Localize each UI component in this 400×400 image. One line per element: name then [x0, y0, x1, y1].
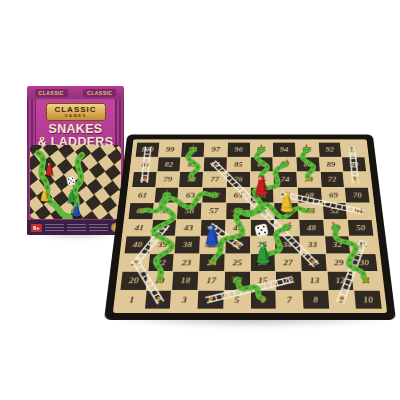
- square-13: 13: [302, 272, 328, 290]
- yellow-pawn[interactable]: [278, 190, 296, 219]
- green-pawn[interactable]: [254, 241, 272, 271]
- square-78: 78: [179, 172, 202, 187]
- square-16: 16: [224, 272, 249, 290]
- square-84: 84: [204, 157, 227, 171]
- square-34: 34: [275, 236, 300, 253]
- square-42: 42: [151, 220, 176, 236]
- square-79: 79: [156, 172, 180, 187]
- square-21: 21: [123, 254, 149, 271]
- square-11: 11: [353, 272, 380, 290]
- box-art-die: [66, 173, 77, 191]
- box-art: [30, 145, 121, 219]
- flap-tab-label: CLASSIC: [35, 89, 68, 97]
- square-60: 60: [129, 203, 154, 219]
- square-55: 55: [250, 203, 273, 219]
- square-19: 19: [146, 272, 172, 290]
- age-badge: 6+: [31, 224, 42, 232]
- square-56: 56: [226, 203, 249, 219]
- square-5: 5: [224, 290, 249, 308]
- box-fineprint-band: 6+: [27, 220, 124, 235]
- square-40: 40: [125, 236, 151, 253]
- square-85: 85: [227, 157, 249, 171]
- classic-badge: CLASSIC GAMES: [46, 103, 106, 121]
- product-photo: CLASSIC CLASSIC CLASSIC GAMES SNAKES & L…: [0, 0, 400, 400]
- square-28: 28: [301, 254, 326, 271]
- blue-pawn[interactable]: [203, 223, 221, 253]
- square-94: 94: [273, 143, 295, 157]
- square-15: 15: [250, 272, 275, 290]
- square-96: 96: [227, 143, 249, 157]
- square-31: 31: [350, 236, 376, 253]
- square-14: 14: [276, 272, 301, 290]
- square-69: 69: [321, 187, 345, 202]
- square-68: 68: [298, 187, 322, 202]
- square-80: 80: [132, 172, 156, 187]
- square-49: 49: [324, 220, 349, 236]
- square-99: 99: [159, 143, 182, 157]
- square-43: 43: [176, 220, 201, 236]
- square-22: 22: [148, 254, 174, 271]
- square-2: 2: [145, 290, 172, 308]
- square-33: 33: [300, 236, 325, 253]
- red-pawn[interactable]: [253, 174, 270, 202]
- fineprint-text-block: [89, 224, 108, 231]
- square-98: 98: [182, 143, 205, 157]
- fineprint-text-block: [67, 224, 86, 231]
- square-100: 100: [136, 143, 159, 157]
- box-art-yellow-pawn: [39, 188, 50, 207]
- square-18: 18: [172, 272, 198, 290]
- square-86: 86: [250, 157, 272, 171]
- square-61: 61: [130, 187, 154, 202]
- square-39: 39: [150, 236, 175, 253]
- square-6: 6: [250, 290, 275, 308]
- square-87: 87: [273, 157, 296, 171]
- square-47: 47: [275, 220, 299, 236]
- game-board-mat: 1009998979695949392918182838485868788899…: [113, 139, 387, 313]
- square-58: 58: [177, 203, 201, 219]
- square-63: 63: [178, 187, 202, 202]
- box-art-blue-pawn: [71, 203, 82, 219]
- square-76: 76: [227, 172, 250, 187]
- square-82: 82: [157, 157, 180, 171]
- square-88: 88: [296, 157, 319, 171]
- square-59: 59: [153, 203, 178, 219]
- square-53: 53: [298, 203, 322, 219]
- square-50: 50: [348, 220, 373, 236]
- square-36: 36: [225, 236, 249, 253]
- square-74: 74: [274, 172, 297, 187]
- square-23: 23: [174, 254, 199, 271]
- board-grid: 1009998979695949392918182838485868788899…: [118, 143, 381, 309]
- square-10: 10: [355, 290, 382, 308]
- square-17: 17: [198, 272, 223, 290]
- square-27: 27: [276, 254, 301, 271]
- square-25: 25: [225, 254, 250, 271]
- square-71: 71: [344, 172, 368, 187]
- square-38: 38: [175, 236, 200, 253]
- square-73: 73: [297, 172, 320, 187]
- square-4: 4: [198, 290, 224, 308]
- die[interactable]: [254, 223, 270, 243]
- square-45: 45: [226, 220, 250, 236]
- square-90: 90: [342, 157, 366, 171]
- game-box: CLASSIC CLASSIC CLASSIC GAMES SNAKES & L…: [27, 86, 124, 235]
- square-62: 62: [154, 187, 178, 202]
- square-81: 81: [134, 157, 158, 171]
- square-9: 9: [329, 290, 356, 308]
- square-29: 29: [326, 254, 352, 271]
- square-97: 97: [205, 143, 227, 157]
- square-41: 41: [127, 220, 152, 236]
- square-57: 57: [202, 203, 226, 219]
- fineprint-text-block: [45, 224, 64, 231]
- classic-badge-sub: GAMES: [47, 114, 105, 118]
- box-art-red-pawn: [44, 162, 55, 181]
- square-89: 89: [319, 157, 342, 171]
- square-1: 1: [118, 290, 145, 308]
- square-8: 8: [303, 290, 329, 308]
- box-front: CLASSIC GAMES SNAKES & LADDERS: [27, 99, 124, 235]
- square-92: 92: [318, 143, 341, 157]
- square-83: 83: [181, 157, 204, 171]
- square-72: 72: [320, 172, 344, 187]
- square-52: 52: [323, 203, 348, 219]
- square-91: 91: [341, 143, 364, 157]
- square-48: 48: [299, 220, 324, 236]
- square-95: 95: [250, 143, 272, 157]
- square-3: 3: [171, 290, 197, 308]
- square-32: 32: [325, 236, 350, 253]
- square-77: 77: [203, 172, 226, 187]
- flap-tab-label: CLASSIC: [83, 89, 116, 97]
- square-24: 24: [199, 254, 224, 271]
- square-7: 7: [276, 290, 302, 308]
- square-51: 51: [347, 203, 372, 219]
- box-top-flap: CLASSIC CLASSIC: [27, 86, 124, 99]
- square-93: 93: [296, 143, 319, 157]
- square-12: 12: [327, 272, 353, 290]
- square-65: 65: [226, 187, 249, 202]
- game-board-frame: 1009998979695949392918182838485868788899…: [104, 134, 396, 320]
- square-64: 64: [202, 187, 225, 202]
- square-70: 70: [345, 187, 370, 202]
- square-30: 30: [351, 254, 377, 271]
- square-20: 20: [120, 272, 147, 290]
